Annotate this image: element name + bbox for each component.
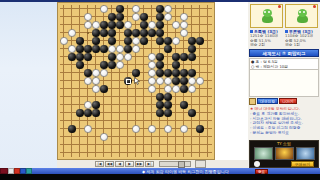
white-stone-r10: [196, 77, 203, 84]
stop-button[interactable]: 종료: [255, 169, 268, 174]
status-message: ◆ 세계 최강 타이젬 바둑 리그전이 진행중입니다: [142, 169, 229, 174]
black-stone-g13: [108, 53, 115, 60]
black-stone-r15: [196, 37, 203, 44]
black-stone-m13: [156, 53, 163, 60]
black-stone-d11: [84, 69, 91, 76]
stat-line: 연승 1회: [285, 43, 318, 48]
player-right-card: [285, 4, 318, 28]
notice-text-block: ★ 매너 대국을 부탁드립니다.- 종료 후 계가를 확인하세요.- 시간초과시…: [250, 107, 318, 136]
black-stone-g17: [108, 21, 115, 28]
black-stone-l16: [148, 29, 155, 36]
black-stone-i15: [124, 37, 131, 44]
ad-image[interactable]: [296, 147, 315, 160]
white-stone-h13: [116, 53, 123, 60]
white-stone-n9: [164, 85, 171, 92]
black-stone-p13: [180, 53, 187, 60]
black-stone-r4: [196, 125, 203, 132]
black-stone-n14: [164, 45, 171, 52]
black-stone-i14: [124, 45, 131, 52]
white-stone-o15: [172, 37, 179, 44]
black-stone-q6: [188, 109, 195, 116]
black-stone-n8: [164, 93, 171, 100]
medal-icon: [313, 5, 316, 8]
black-stone-p7: [180, 101, 187, 108]
white-stone-m10: [156, 77, 163, 84]
white-stone-i13: [124, 53, 131, 60]
black-stone-i10: [124, 77, 131, 84]
black-stone-o13: [172, 53, 179, 60]
white-stone-e11: [92, 69, 99, 76]
white-stone-d10: [84, 77, 91, 84]
black-stone-g12: [108, 61, 115, 68]
move-navigation-toolbar: |◀◀◀◀▶▶▶▶|: [57, 160, 248, 168]
player-left-avatar: [261, 9, 274, 24]
stat-line: 연승 2회: [250, 43, 283, 48]
move-slider[interactable]: [159, 161, 191, 167]
black-stone-g18: [108, 13, 115, 20]
black-stone-c13: [76, 53, 83, 60]
black-stone-c15: [76, 37, 83, 44]
black-stone-k16: [140, 29, 147, 36]
black-stone-p11: [180, 69, 187, 76]
black-stone-m18: [156, 13, 163, 20]
white-stone-n18: [164, 13, 171, 20]
black-stone-d6: [84, 109, 91, 116]
white-stone-b16: [68, 29, 75, 36]
black-stone-m19: [156, 5, 163, 12]
nav-button[interactable]: |◀: [95, 161, 104, 167]
white-stone-l10: [148, 77, 155, 84]
black-stone-p9: [180, 85, 187, 92]
black-stone-m16: [156, 29, 163, 36]
black-stone-k17: [140, 21, 147, 28]
white-stone-h14: [116, 45, 123, 52]
game-info-panel: 초록뱀 (3급) 푸른뱀 (3급) 1251승 1180패승률 51.5%연승 …: [248, 2, 320, 168]
black-stone-m7: [156, 101, 163, 108]
move-counter-box: [195, 160, 206, 168]
black-stone-k15: [140, 37, 147, 44]
player-left-stats: 1251승 1180패승률 51.5%연승 2회: [250, 34, 283, 48]
black-stone-q14: [188, 45, 195, 52]
black-stone-f14: [100, 45, 107, 52]
challenge-button[interactable]: 대국신청: [257, 98, 278, 104]
ad-thumbnails: [250, 147, 318, 160]
black-stone-b4: [68, 125, 75, 132]
black-stone-o10: [172, 77, 179, 84]
league-banner[interactable]: 세계도시 ② 희망리그: [249, 49, 319, 57]
last-move-marker: [126, 79, 131, 84]
leave-button[interactable]: 나가기: [279, 98, 296, 104]
black-stone-o11: [172, 69, 179, 76]
white-stone-q9: [188, 85, 195, 92]
black-stone-h17: [116, 21, 123, 28]
white-stone-d18: [84, 13, 91, 20]
black-stone-n6: [164, 109, 171, 116]
black-stone-c14: [76, 45, 83, 52]
white-stone-d17: [84, 21, 91, 28]
white-stone-j18: [132, 13, 139, 20]
star-point: [87, 32, 89, 34]
ad-image[interactable]: [275, 147, 294, 160]
go-board[interactable]: [57, 2, 215, 160]
white-stone-p17: [180, 21, 187, 28]
nav-button[interactable]: ▶: [125, 161, 134, 167]
black-stone-h18: [116, 13, 123, 20]
black-stone-q13: [188, 53, 195, 60]
stone-color-icon: [285, 30, 288, 33]
black-stone-n7: [164, 101, 171, 108]
white-stone-l11: [148, 69, 155, 76]
black-stone-j16: [132, 29, 139, 36]
black-stone-m15: [156, 37, 163, 44]
white-stone-j15: [132, 37, 139, 44]
white-stone-f3: [100, 133, 107, 140]
ad-prev-button[interactable]: [254, 161, 260, 167]
ad-header: TY 쇼핑: [250, 141, 318, 146]
black-stone-k18: [140, 13, 147, 20]
black-stone-i16: [124, 29, 131, 36]
white-stone-o9: [172, 85, 179, 92]
white-stone-f11: [100, 69, 107, 76]
white-stone-l12: [148, 61, 155, 68]
player-right-stats: 1108승 1021패승률 52.0%연승 1회: [285, 34, 318, 48]
white-stone-p18: [180, 13, 187, 20]
black-stone-f16: [100, 29, 107, 36]
letterbox-bottom: [0, 174, 320, 180]
white-stone-j4: [132, 125, 139, 132]
black-stone-j11: [132, 69, 139, 76]
white-stone-j19: [132, 5, 139, 12]
app-window: |◀◀◀◀▶▶▶▶| 초록뱀 (3급) 푸른뱀 (3급) 1251: [0, 0, 320, 180]
black-stone-h19: [116, 5, 123, 12]
black-stone-e7: [92, 101, 99, 108]
white-stone-n10: [164, 77, 171, 84]
white-stone-h12: [116, 61, 123, 68]
black-stone-e15: [92, 37, 99, 44]
mouse-cursor-icon: [134, 77, 140, 85]
black-stone-f12: [100, 61, 107, 68]
black-stone-q11: [188, 69, 195, 76]
player-stats: 1251승 1180패승률 51.5%연승 2회 1108승 1021패승률 5…: [250, 34, 318, 48]
ad-image[interactable]: [254, 147, 273, 160]
black-stone-m11: [156, 69, 163, 76]
ad-controls: 구매하기: [250, 160, 318, 167]
stone-color-icon: [250, 30, 253, 33]
ad-buy-button[interactable]: 구매하기: [291, 161, 314, 167]
white-stone-n19: [164, 5, 171, 12]
nav-button[interactable]: ◀◀: [105, 161, 114, 167]
mini-avatar: [249, 98, 256, 105]
notice-line: - 문의는 운영자 쪽지로: [250, 131, 318, 136]
white-stone-e17: [92, 21, 99, 28]
white-stone-l9: [148, 85, 155, 92]
nav-button[interactable]: ▶▶: [135, 161, 144, 167]
player-left-card: [250, 4, 283, 28]
white-stone-d7: [84, 101, 91, 108]
slider-thumb[interactable]: [178, 161, 185, 168]
white-stone-l17: [148, 21, 155, 28]
player-right-avatar: [296, 9, 309, 24]
white-stone-p16: [180, 29, 187, 36]
white-stone-b14: [68, 45, 75, 52]
white-stone-a15: [60, 37, 67, 44]
black-stone-m8: [156, 93, 163, 100]
player-cards: [250, 4, 318, 28]
black-stone-f17: [100, 21, 107, 28]
white-stone-i17: [124, 21, 131, 28]
black-stone-f9: [100, 85, 107, 92]
white-stone-n4: [164, 125, 171, 132]
white-stone-l13: [148, 53, 155, 60]
white-stone-l4: [148, 125, 155, 132]
black-stone-g16: [108, 29, 115, 36]
chat-panel[interactable]: [249, 69, 319, 97]
black-stone-c6: [76, 109, 83, 116]
white-stone-o17: [172, 21, 179, 28]
black-stone-e14: [92, 45, 99, 52]
nav-button[interactable]: ◀: [115, 161, 124, 167]
black-stone-p10: [180, 77, 187, 84]
black-stone-n15: [164, 37, 171, 44]
black-stone-c12: [76, 61, 83, 68]
white-stone-g14: [108, 45, 115, 52]
black-stone-m6: [156, 109, 163, 116]
black-stone-m17: [156, 21, 163, 28]
medal-icon: [278, 5, 281, 8]
nav-button[interactable]: ▶|: [145, 161, 154, 167]
black-stone-g15: [108, 37, 115, 44]
white-stone-q10: [188, 77, 195, 84]
black-stone-m12: [156, 61, 163, 68]
black-stone-o12: [172, 61, 179, 68]
white-stone-e10: [92, 77, 99, 84]
black-stone-e16: [92, 29, 99, 36]
black-stone-d13: [84, 53, 91, 60]
black-stone-q15: [188, 37, 195, 44]
white-stone-p4: [180, 125, 187, 132]
black-stone-d14: [84, 45, 91, 52]
black-stone-e6: [92, 109, 99, 116]
white-stone-e9: [92, 85, 99, 92]
white-stone-d4: [84, 125, 91, 132]
white-stone-f19: [100, 5, 107, 12]
white-stone-j14: [132, 45, 139, 52]
action-button-row: 대국신청 나가기: [249, 97, 319, 105]
left-empty-pane: [0, 2, 57, 168]
ad-banner[interactable]: TY 쇼핑 구매하기: [249, 140, 319, 168]
black-stone-n11: [164, 69, 171, 76]
black-stone-b13: [68, 53, 75, 60]
